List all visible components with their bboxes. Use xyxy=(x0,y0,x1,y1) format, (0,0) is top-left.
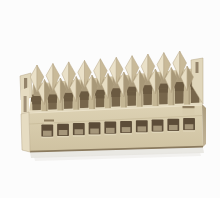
cavity-hole-floor xyxy=(122,127,131,132)
front-gap-slot-shadow xyxy=(96,94,105,98)
cavity-hole-floor xyxy=(90,129,99,134)
tooth-stem-shade xyxy=(78,97,80,110)
cavity-hole-floor xyxy=(106,128,115,133)
tooth-stem-shade xyxy=(141,91,143,107)
cavity-hole-lip xyxy=(89,135,101,136)
cavity-hole-floor xyxy=(153,126,162,131)
cavity-hole-floor xyxy=(138,126,147,131)
tooth-stem-shade xyxy=(109,94,111,109)
front-gap-slot-shadow xyxy=(127,92,136,96)
right-end-notch xyxy=(196,62,199,73)
cavity-hole-lip xyxy=(41,137,53,138)
front-gap-slot-shadow xyxy=(80,96,89,100)
front-gap-slot-shadow xyxy=(159,89,168,93)
front-gap-slot-shadow xyxy=(32,100,41,104)
cavity-hole-lip xyxy=(57,136,69,137)
tooth-stem-shade xyxy=(173,88,175,106)
cavity-hole-lip xyxy=(167,131,179,132)
front-gap-slot-shadow xyxy=(111,93,120,97)
left-side-face xyxy=(21,112,30,152)
tooth-stem-shade xyxy=(93,95,95,109)
cavity-hole-lip xyxy=(73,135,85,136)
front-gap-slot-shadow xyxy=(143,90,152,94)
cavity-hole-floor xyxy=(185,124,194,129)
cavity-hole-lip xyxy=(104,134,116,135)
cavity-hole-floor xyxy=(75,129,84,134)
cavity-hole-lip xyxy=(152,132,164,133)
cavity-hole-lip xyxy=(136,132,148,133)
cavity-hole-floor xyxy=(169,125,178,130)
front-gap-slot-shadow xyxy=(175,87,184,91)
cavity-hole-lip xyxy=(183,130,195,131)
front-gap-slot-shadow xyxy=(64,97,73,101)
cavity-hole-floor xyxy=(59,130,68,135)
left-side-notch xyxy=(24,96,27,112)
right-latch-recess-shadow xyxy=(183,106,195,108)
front-gap-slot-shadow xyxy=(48,99,57,103)
connector-art xyxy=(0,0,220,198)
tooth-stem-shade xyxy=(189,86,191,105)
left-latch-recess-shadow xyxy=(44,120,54,122)
tooth-stem-shade xyxy=(125,92,127,108)
product-photo xyxy=(0,0,220,198)
cavity-hole-lip xyxy=(120,133,132,134)
tooth-stem-shade xyxy=(157,89,159,106)
cavity-hole-floor xyxy=(43,131,52,136)
